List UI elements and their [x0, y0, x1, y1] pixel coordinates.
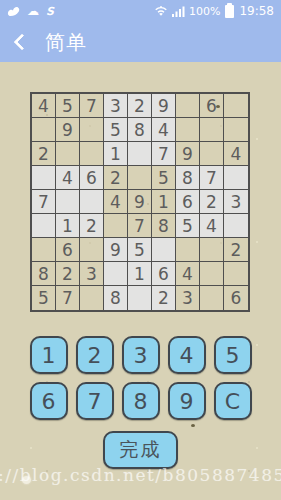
- game-area: 4573296958421794462587749162312785469528…: [0, 62, 281, 500]
- sudoku-cell[interactable]: 3: [104, 94, 128, 118]
- sudoku-cell[interactable]: 3: [224, 190, 248, 214]
- sudoku-cell[interactable]: [32, 166, 56, 190]
- sudoku-cell[interactable]: 7: [80, 94, 104, 118]
- sudoku-cell[interactable]: 3: [176, 286, 200, 310]
- sudoku-cell[interactable]: 8: [104, 286, 128, 310]
- sudoku-cell[interactable]: 7: [200, 166, 224, 190]
- status-bar-right: 100% 19:58: [154, 2, 274, 21]
- key-5[interactable]: 5: [214, 336, 252, 374]
- battery-percent: 100%: [189, 5, 220, 18]
- sudoku-cell[interactable]: 6: [200, 94, 224, 118]
- signal-icon: [172, 2, 185, 21]
- sudoku-cell[interactable]: 6: [152, 262, 176, 286]
- sudoku-cell[interactable]: 9: [56, 118, 80, 142]
- s-app-icon: S: [46, 5, 54, 18]
- sudoku-cell[interactable]: 2: [152, 286, 176, 310]
- sudoku-cell[interactable]: [80, 190, 104, 214]
- key-1[interactable]: 1: [30, 336, 68, 374]
- sudoku-cell[interactable]: [56, 190, 80, 214]
- key-6[interactable]: 6: [30, 382, 68, 420]
- sudoku-cell[interactable]: [128, 286, 152, 310]
- sudoku-cell[interactable]: 2: [80, 214, 104, 238]
- sudoku-cell[interactable]: 2: [32, 142, 56, 166]
- sudoku-board: 4573296958421794462587749162312785469528…: [30, 92, 250, 312]
- sudoku-cell[interactable]: [200, 286, 224, 310]
- sudoku-cell[interactable]: [152, 238, 176, 262]
- sudoku-cell[interactable]: 2: [128, 94, 152, 118]
- sudoku-cell[interactable]: [32, 214, 56, 238]
- sudoku-cell[interactable]: [104, 214, 128, 238]
- wifi-icon: [154, 2, 168, 21]
- key-C[interactable]: C: [214, 382, 252, 420]
- sudoku-cell[interactable]: 5: [56, 94, 80, 118]
- sudoku-cell[interactable]: [104, 262, 128, 286]
- sudoku-cell[interactable]: 6: [176, 190, 200, 214]
- sudoku-cell[interactable]: [80, 286, 104, 310]
- key-3[interactable]: 3: [122, 336, 160, 374]
- sudoku-cell[interactable]: [224, 214, 248, 238]
- sudoku-cell[interactable]: 5: [128, 238, 152, 262]
- sudoku-cell[interactable]: 4: [224, 142, 248, 166]
- battery-icon: [225, 5, 234, 18]
- sudoku-cell[interactable]: 4: [176, 262, 200, 286]
- sudoku-cell[interactable]: 8: [152, 214, 176, 238]
- sudoku-cell[interactable]: [200, 238, 224, 262]
- sudoku-cell[interactable]: 1: [56, 214, 80, 238]
- sudoku-cell[interactable]: 2: [104, 166, 128, 190]
- keypad-row-1: 12345: [0, 336, 281, 374]
- sudoku-cell[interactable]: 4: [152, 118, 176, 142]
- sudoku-cell[interactable]: 8: [32, 262, 56, 286]
- sudoku-cell[interactable]: 9: [128, 190, 152, 214]
- sudoku-cell[interactable]: 6: [224, 286, 248, 310]
- clock: 19:58: [239, 4, 274, 18]
- sudoku-cell[interactable]: 5: [152, 166, 176, 190]
- sudoku-cell[interactable]: 4: [200, 214, 224, 238]
- key-8[interactable]: 8: [122, 382, 160, 420]
- sudoku-cell[interactable]: 9: [104, 238, 128, 262]
- key-2[interactable]: 2: [76, 336, 114, 374]
- sudoku-cell[interactable]: [80, 142, 104, 166]
- sudoku-cell[interactable]: [200, 142, 224, 166]
- key-7[interactable]: 7: [76, 382, 114, 420]
- sudoku-cell[interactable]: [176, 238, 200, 262]
- sudoku-cell[interactable]: 7: [152, 142, 176, 166]
- sudoku-cell[interactable]: 6: [56, 238, 80, 262]
- sudoku-cell[interactable]: 3: [80, 262, 104, 286]
- sudoku-cell[interactable]: [176, 118, 200, 142]
- sudoku-cell[interactable]: 2: [224, 238, 248, 262]
- sudoku-cell[interactable]: [200, 262, 224, 286]
- sudoku-cell[interactable]: 9: [176, 142, 200, 166]
- sudoku-cell[interactable]: 4: [32, 94, 56, 118]
- sudoku-cell[interactable]: 4: [104, 190, 128, 214]
- sudoku-cell[interactable]: [224, 94, 248, 118]
- sudoku-cell[interactable]: 7: [128, 214, 152, 238]
- sudoku-cell[interactable]: [128, 166, 152, 190]
- squirrel-app-icon: [7, 2, 20, 21]
- sudoku-cell[interactable]: 1: [152, 190, 176, 214]
- sudoku-cell[interactable]: 2: [200, 190, 224, 214]
- sudoku-cell[interactable]: [224, 118, 248, 142]
- status-bar-left: ☁ S: [7, 2, 54, 21]
- back-button[interactable]: [12, 30, 32, 54]
- status-bar: ☁ S 100% 19:58: [0, 0, 281, 22]
- page-title: 简单: [45, 29, 87, 56]
- sudoku-cell[interactable]: [32, 238, 56, 262]
- sudoku-cell[interactable]: 5: [176, 214, 200, 238]
- key-9[interactable]: 9: [168, 382, 206, 420]
- sudoku-cell[interactable]: [32, 118, 56, 142]
- sudoku-cell[interactable]: 2: [56, 262, 80, 286]
- key-4[interactable]: 4: [168, 336, 206, 374]
- sudoku-cell[interactable]: [80, 238, 104, 262]
- sudoku-cell[interactable]: [128, 142, 152, 166]
- sudoku-cell[interactable]: 5: [104, 118, 128, 142]
- back-chevron-icon: [14, 34, 31, 51]
- sudoku-cell[interactable]: [176, 94, 200, 118]
- sudoku-cell[interactable]: 7: [56, 286, 80, 310]
- sudoku-cell[interactable]: 1: [128, 262, 152, 286]
- sudoku-cell[interactable]: 5: [32, 286, 56, 310]
- watermark-text: ://blog.csdn.net/b805887485: [0, 465, 281, 485]
- sudoku-cell[interactable]: 1: [104, 142, 128, 166]
- sudoku-cell[interactable]: 8: [176, 166, 200, 190]
- sudoku-cell[interactable]: 4: [56, 166, 80, 190]
- sudoku-cell[interactable]: 9: [152, 94, 176, 118]
- sudoku-cell[interactable]: [200, 118, 224, 142]
- cloud-app-icon: ☁: [27, 5, 39, 17]
- app-header: 简单: [0, 22, 281, 62]
- sudoku-cell[interactable]: [224, 166, 248, 190]
- texture-speck: [191, 424, 195, 427]
- sudoku-cell[interactable]: 6: [80, 166, 104, 190]
- done-button[interactable]: 完成: [103, 431, 178, 469]
- sudoku-cell[interactable]: [224, 262, 248, 286]
- sudoku-cell[interactable]: [56, 142, 80, 166]
- sudoku-cell[interactable]: [80, 118, 104, 142]
- sudoku-cell[interactable]: 8: [128, 118, 152, 142]
- keypad-row-2: 6789C: [0, 382, 281, 420]
- sudoku-cell[interactable]: 7: [32, 190, 56, 214]
